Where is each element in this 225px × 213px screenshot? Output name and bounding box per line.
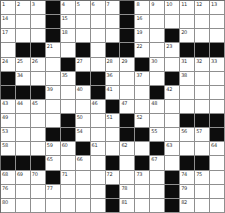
white-cell[interactable]: 8 — [135, 1, 150, 15]
black-cell — [135, 58, 150, 72]
white-cell[interactable]: 10 — [165, 1, 180, 15]
clue-number: 51 — [107, 114, 113, 120]
white-cell[interactable] — [91, 171, 106, 185]
clue-number: 12 — [196, 1, 202, 7]
black-cell — [91, 72, 106, 86]
clue-number: 80 — [2, 199, 8, 205]
white-cell[interactable]: 78 — [120, 185, 135, 199]
black-cell — [46, 15, 61, 29]
white-cell[interactable] — [31, 128, 46, 142]
white-cell[interactable] — [31, 72, 46, 86]
white-cell[interactable] — [16, 114, 31, 128]
white-cell[interactable] — [16, 128, 31, 142]
black-cell — [135, 156, 150, 170]
white-cell[interactable]: 9 — [150, 1, 165, 15]
white-cell[interactable] — [195, 29, 210, 43]
black-cell — [165, 185, 180, 199]
clue-number: 70 — [32, 171, 38, 177]
clue-number: 10 — [166, 1, 172, 7]
white-cell[interactable] — [76, 185, 91, 199]
clue-number: 1 — [2, 1, 5, 7]
white-cell[interactable]: 34 — [16, 72, 31, 86]
white-cell[interactable] — [180, 86, 195, 100]
black-cell — [120, 114, 135, 128]
white-cell[interactable]: 59 — [46, 142, 61, 156]
white-cell[interactable] — [210, 100, 225, 114]
white-cell[interactable] — [120, 171, 135, 185]
white-cell[interactable] — [195, 199, 210, 213]
white-cell[interactable]: 50 — [76, 114, 91, 128]
white-cell[interactable] — [61, 199, 76, 213]
clue-number: 24 — [2, 58, 8, 64]
clue-number: 4 — [62, 1, 65, 7]
clue-number: 30 — [151, 58, 157, 64]
black-cell — [210, 128, 225, 142]
white-cell[interactable] — [91, 29, 106, 43]
black-cell — [150, 86, 165, 100]
white-cell[interactable] — [210, 72, 225, 86]
white-cell[interactable] — [16, 15, 31, 29]
white-cell[interactable]: 31 — [180, 58, 195, 72]
white-cell[interactable] — [180, 100, 195, 114]
white-cell[interactable]: 66 — [76, 156, 91, 170]
white-cell[interactable] — [16, 199, 31, 213]
white-cell[interactable]: 2 — [16, 1, 31, 15]
black-cell — [106, 199, 121, 213]
white-cell[interactable] — [150, 72, 165, 86]
white-cell[interactable]: 74 — [180, 171, 195, 185]
white-cell[interactable] — [61, 86, 76, 100]
clue-number: 60 — [62, 142, 68, 148]
white-cell[interactable] — [46, 72, 61, 86]
white-cell[interactable] — [16, 185, 31, 199]
clue-number: 19 — [136, 29, 142, 35]
white-cell[interactable] — [150, 29, 165, 43]
white-cell[interactable]: 45 — [31, 100, 46, 114]
white-cell[interactable] — [91, 156, 106, 170]
clue-number: 79 — [181, 185, 187, 191]
white-cell[interactable]: 76 — [1, 185, 16, 199]
white-cell[interactable] — [91, 185, 106, 199]
white-cell[interactable]: 32 — [195, 58, 210, 72]
white-cell[interactable] — [61, 43, 76, 57]
white-cell[interactable]: 41 — [106, 86, 121, 100]
black-cell — [210, 43, 225, 57]
clue-number: 72 — [107, 171, 113, 177]
white-cell[interactable] — [91, 128, 106, 142]
white-cell[interactable]: 16 — [135, 15, 150, 29]
white-cell[interactable]: 62 — [120, 142, 135, 156]
white-cell[interactable]: 11 — [180, 1, 195, 15]
white-cell[interactable]: 28 — [106, 58, 121, 72]
white-cell[interactable]: 5 — [76, 1, 91, 15]
black-cell — [46, 1, 61, 15]
white-cell[interactable] — [31, 114, 46, 128]
black-cell — [195, 43, 210, 57]
black-cell — [16, 86, 31, 100]
white-cell[interactable] — [91, 114, 106, 128]
black-cell — [180, 43, 195, 57]
white-cell[interactable]: 18 — [61, 29, 76, 43]
white-cell[interactable] — [31, 185, 46, 199]
clue-number: 40 — [77, 86, 83, 92]
white-cell[interactable]: 17 — [1, 29, 16, 43]
white-cell[interactable]: 42 — [165, 86, 180, 100]
clue-number: 48 — [151, 100, 157, 106]
white-cell[interactable] — [210, 171, 225, 185]
white-cell[interactable]: 52 — [135, 114, 150, 128]
white-cell[interactable] — [165, 128, 180, 142]
white-cell[interactable] — [120, 72, 135, 86]
black-cell — [31, 156, 46, 170]
clue-number: 31 — [181, 58, 187, 64]
white-cell[interactable] — [195, 72, 210, 86]
black-cell — [106, 100, 121, 114]
white-cell[interactable]: 67 — [150, 156, 165, 170]
white-cell[interactable]: 7 — [106, 1, 121, 15]
clue-number: 55 — [151, 128, 157, 134]
black-cell — [135, 128, 150, 142]
white-cell[interactable]: 80 — [1, 199, 16, 213]
white-cell[interactable] — [165, 100, 180, 114]
white-cell[interactable]: 37 — [135, 72, 150, 86]
clue-number: 65 — [47, 156, 53, 162]
white-cell[interactable]: 65 — [46, 156, 61, 170]
clue-number: 34 — [17, 72, 23, 78]
white-cell[interactable]: 55 — [150, 128, 165, 142]
white-cell[interactable]: 36 — [106, 72, 121, 86]
black-cell — [46, 29, 61, 43]
clue-number: 77 — [47, 185, 53, 191]
white-cell[interactable] — [165, 156, 180, 170]
white-cell[interactable]: 3 — [31, 1, 46, 15]
white-cell[interactable] — [150, 15, 165, 29]
white-cell[interactable]: 48 — [150, 100, 165, 114]
white-cell[interactable] — [195, 142, 210, 156]
clue-number: 21 — [47, 43, 53, 49]
white-cell[interactable]: 21 — [46, 43, 61, 57]
white-cell[interactable] — [120, 86, 135, 100]
clue-number: 33 — [211, 58, 217, 64]
white-cell[interactable] — [210, 199, 225, 213]
black-cell — [1, 156, 16, 170]
clue-number: 69 — [17, 171, 23, 177]
white-cell[interactable] — [135, 142, 150, 156]
white-cell[interactable] — [46, 199, 61, 213]
white-cell[interactable] — [61, 156, 76, 170]
black-cell — [61, 128, 76, 142]
black-cell — [120, 15, 135, 29]
white-cell[interactable] — [106, 29, 121, 43]
white-cell[interactable]: 43 — [1, 100, 16, 114]
white-cell[interactable]: 82 — [180, 199, 195, 213]
clue-number: 22 — [136, 43, 142, 49]
white-cell[interactable]: 1 — [1, 1, 16, 15]
black-cell — [195, 114, 210, 128]
white-cell[interactable] — [210, 29, 225, 43]
white-cell[interactable]: 71 — [61, 171, 76, 185]
clue-number: 35 — [62, 72, 68, 78]
black-cell — [165, 199, 180, 213]
white-cell[interactable]: 63 — [165, 142, 180, 156]
white-cell[interactable]: 57 — [195, 128, 210, 142]
white-cell[interactable] — [210, 185, 225, 199]
clue-number: 25 — [17, 58, 23, 64]
clue-number: 41 — [107, 86, 113, 92]
clue-number: 78 — [121, 185, 127, 191]
clue-number: 20 — [181, 29, 187, 35]
clue-number: 28 — [107, 58, 113, 64]
white-cell[interactable] — [195, 15, 210, 29]
white-cell[interactable] — [180, 15, 195, 29]
white-cell[interactable]: 56 — [180, 128, 195, 142]
white-cell[interactable]: 29 — [120, 58, 135, 72]
clue-number: 3 — [32, 1, 35, 7]
white-cell[interactable]: 60 — [61, 142, 76, 156]
clue-number: 5 — [77, 1, 80, 7]
clue-number: 63 — [166, 142, 172, 148]
clue-number: 16 — [136, 15, 142, 21]
white-cell[interactable] — [76, 199, 91, 213]
white-cell[interactable]: 27 — [76, 58, 91, 72]
white-cell[interactable]: 58 — [1, 142, 16, 156]
white-cell[interactable]: 33 — [210, 58, 225, 72]
clue-number: 81 — [121, 199, 127, 205]
white-cell[interactable]: 72 — [106, 171, 121, 185]
clue-number: 36 — [107, 72, 113, 78]
white-cell[interactable] — [150, 199, 165, 213]
white-cell[interactable] — [91, 43, 106, 57]
black-cell — [91, 86, 106, 100]
clue-number: 39 — [47, 86, 53, 92]
white-cell[interactable] — [135, 199, 150, 213]
black-cell — [180, 156, 195, 170]
clue-number: 67 — [151, 156, 157, 162]
white-cell[interactable]: 23 — [165, 43, 180, 57]
white-cell[interactable] — [150, 114, 165, 128]
white-cell[interactable] — [210, 86, 225, 100]
white-cell[interactable] — [135, 100, 150, 114]
white-cell[interactable]: 20 — [180, 29, 195, 43]
white-cell[interactable] — [210, 156, 225, 170]
clue-number: 18 — [62, 29, 68, 35]
white-cell[interactable] — [195, 100, 210, 114]
white-cell[interactable] — [120, 156, 135, 170]
white-cell[interactable] — [61, 100, 76, 114]
clue-number: 58 — [2, 142, 8, 148]
clue-number: 53 — [2, 128, 8, 134]
black-cell — [31, 43, 46, 57]
black-cell — [46, 171, 61, 185]
black-cell — [106, 156, 121, 170]
white-cell[interactable] — [91, 199, 106, 213]
white-cell[interactable]: 75 — [195, 171, 210, 185]
clue-number: 9 — [151, 1, 154, 7]
black-cell — [1, 72, 16, 86]
white-cell[interactable]: 15 — [61, 15, 76, 29]
clue-number: 73 — [136, 171, 142, 177]
clue-number: 76 — [2, 185, 8, 191]
black-cell — [16, 43, 31, 57]
clue-number: 57 — [196, 128, 202, 134]
white-cell[interactable]: 79 — [180, 185, 195, 199]
white-cell[interactable]: 73 — [135, 171, 150, 185]
white-cell[interactable]: 22 — [135, 43, 150, 57]
clue-number: 56 — [181, 128, 187, 134]
white-cell[interactable] — [76, 100, 91, 114]
white-cell[interactable]: 49 — [1, 114, 16, 128]
white-cell[interactable] — [106, 128, 121, 142]
white-cell[interactable] — [106, 15, 121, 29]
white-cell[interactable] — [135, 185, 150, 199]
white-cell[interactable] — [31, 15, 46, 29]
white-cell[interactable] — [76, 171, 91, 185]
clue-number: 17 — [2, 29, 8, 35]
white-cell[interactable]: 47 — [120, 100, 135, 114]
white-cell[interactable] — [195, 185, 210, 199]
clue-number: 50 — [77, 114, 83, 120]
black-cell — [120, 29, 135, 43]
clue-number: 13 — [211, 1, 217, 7]
white-cell[interactable]: 77 — [46, 185, 61, 199]
white-cell[interactable] — [150, 171, 165, 185]
white-cell[interactable]: 70 — [31, 171, 46, 185]
white-cell[interactable] — [1, 43, 16, 57]
black-cell — [120, 128, 135, 142]
black-cell — [106, 185, 121, 199]
white-cell[interactable] — [16, 29, 31, 43]
black-cell — [165, 72, 180, 86]
black-cell — [46, 128, 61, 142]
black-cell — [1, 86, 16, 100]
black-cell — [180, 114, 195, 128]
clue-number: 64 — [211, 142, 217, 148]
black-cell — [210, 114, 225, 128]
black-cell — [120, 1, 135, 15]
clue-number: 14 — [2, 15, 8, 21]
black-cell — [150, 142, 165, 156]
white-cell[interactable]: 26 — [31, 58, 46, 72]
white-cell[interactable] — [31, 29, 46, 43]
white-cell[interactable] — [195, 86, 210, 100]
white-cell[interactable] — [210, 15, 225, 29]
black-cell — [16, 156, 31, 170]
white-cell[interactable]: 46 — [91, 100, 106, 114]
white-cell[interactable]: 14 — [1, 15, 16, 29]
white-cell[interactable] — [165, 114, 180, 128]
clue-number: 62 — [121, 142, 127, 148]
clue-number: 27 — [77, 58, 83, 64]
white-cell[interactable]: 19 — [135, 29, 150, 43]
clue-number: 44 — [17, 100, 23, 106]
white-cell[interactable] — [135, 86, 150, 100]
clue-number: 66 — [77, 156, 83, 162]
white-cell[interactable] — [16, 142, 31, 156]
black-cell — [31, 86, 46, 100]
white-cell[interactable]: 4 — [61, 1, 76, 15]
white-cell[interactable] — [46, 114, 61, 128]
white-cell[interactable]: 44 — [16, 100, 31, 114]
clue-number: 37 — [136, 72, 142, 78]
black-cell — [76, 142, 91, 156]
white-cell[interactable] — [31, 199, 46, 213]
clue-number: 45 — [32, 100, 38, 106]
black-cell — [165, 171, 180, 185]
clue-number: 74 — [181, 171, 187, 177]
white-cell[interactable]: 12 — [195, 1, 210, 15]
white-cell[interactable]: 6 — [91, 1, 106, 15]
white-cell[interactable]: 53 — [1, 128, 16, 142]
clue-number: 71 — [62, 171, 68, 177]
white-cell[interactable]: 69 — [16, 171, 31, 185]
white-cell[interactable]: 40 — [76, 86, 91, 100]
clue-number: 54 — [77, 128, 83, 134]
black-cell — [165, 29, 180, 43]
white-cell[interactable]: 25 — [16, 58, 31, 72]
black-cell — [76, 72, 91, 86]
clue-number: 11 — [181, 1, 187, 7]
white-cell[interactable]: 35 — [61, 72, 76, 86]
clue-number: 26 — [32, 58, 38, 64]
white-cell[interactable] — [150, 43, 165, 57]
clue-number: 49 — [2, 114, 8, 120]
black-cell — [76, 43, 91, 57]
white-cell[interactable]: 39 — [46, 86, 61, 100]
clue-number: 42 — [166, 86, 172, 92]
white-cell[interactable] — [106, 142, 121, 156]
crossword-grid: 1234567891011121314151617181920212223242… — [0, 0, 225, 213]
white-cell[interactable]: 64 — [210, 142, 225, 156]
white-cell[interactable] — [76, 15, 91, 29]
white-cell[interactable] — [46, 100, 61, 114]
clue-number: 68 — [2, 171, 8, 177]
white-cell[interactable] — [165, 15, 180, 29]
white-cell[interactable] — [150, 185, 165, 199]
clue-number: 47 — [121, 100, 127, 106]
clue-number: 61 — [92, 142, 98, 148]
clue-number: 8 — [136, 1, 139, 7]
white-cell[interactable] — [76, 29, 91, 43]
clue-number: 29 — [121, 58, 127, 64]
white-cell[interactable] — [180, 142, 195, 156]
white-cell[interactable] — [61, 185, 76, 199]
clue-number: 82 — [181, 199, 187, 205]
white-cell[interactable]: 38 — [180, 72, 195, 86]
white-cell[interactable]: 68 — [1, 171, 16, 185]
clue-number: 32 — [196, 58, 202, 64]
black-cell — [120, 43, 135, 57]
clue-number: 52 — [136, 114, 142, 120]
white-cell[interactable]: 24 — [1, 58, 16, 72]
clue-number: 46 — [92, 100, 98, 106]
white-cell[interactable] — [31, 142, 46, 156]
clue-number: 2 — [17, 1, 20, 7]
white-cell[interactable]: 61 — [91, 142, 106, 156]
white-cell[interactable]: 13 — [210, 1, 225, 15]
white-cell[interactable]: 54 — [76, 128, 91, 142]
white-cell[interactable]: 81 — [120, 199, 135, 213]
clue-number: 6 — [92, 1, 95, 7]
white-cell[interactable]: 51 — [106, 114, 121, 128]
clue-number: 7 — [107, 1, 110, 7]
white-cell[interactable] — [165, 58, 180, 72]
clue-number: 23 — [166, 43, 172, 49]
clue-number: 59 — [47, 142, 53, 148]
white-cell[interactable] — [46, 58, 61, 72]
white-cell[interactable] — [91, 58, 106, 72]
white-cell[interactable] — [91, 15, 106, 29]
white-cell[interactable]: 30 — [150, 58, 165, 72]
